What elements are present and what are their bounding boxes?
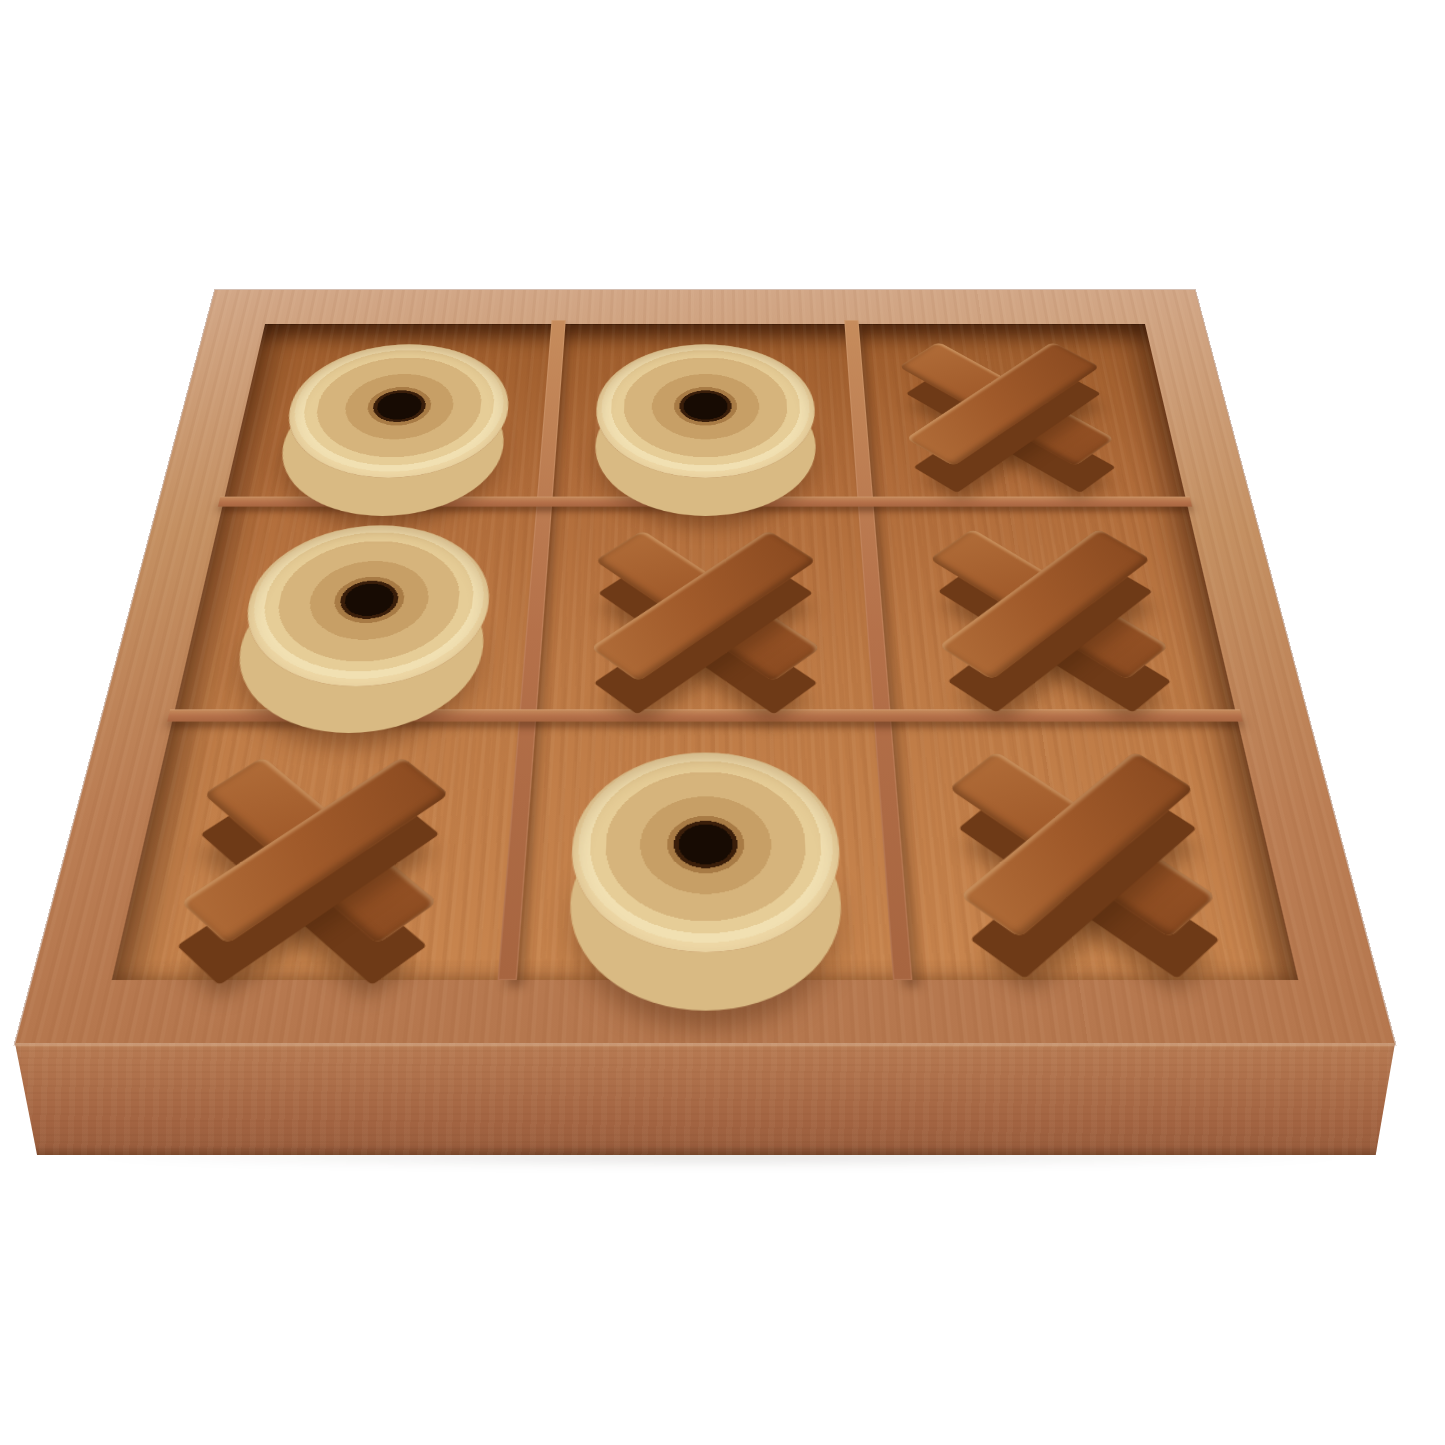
x-piece[interactable] [930,741,1242,949]
product-photo [0,0,1445,1445]
x-piece[interactable] [884,335,1134,474]
cell-r3c1[interactable] [112,716,528,980]
cell-r2c2[interactable] [528,501,882,715]
cell-r1c3[interactable] [852,324,1187,501]
cell-r3c3[interactable] [882,716,1298,980]
o-piece[interactable] [566,753,844,953]
o-piece[interactable] [231,526,496,687]
ground-shadow [70,1146,1370,1168]
board-frame [15,290,1395,1044]
board-front-face [15,1043,1395,1155]
cell-r1c1[interactable] [224,324,559,501]
x-piece[interactable] [574,522,836,691]
x-piece[interactable] [913,521,1191,690]
o-piece[interactable] [275,344,514,477]
cell-r3c2[interactable] [507,716,902,980]
board-floor [112,324,1299,980]
board-grid [112,324,1299,980]
o-piece[interactable] [592,344,818,477]
cell-r1c2[interactable] [545,324,866,501]
cell-r2c1[interactable] [174,501,545,715]
cell-r2c3[interactable] [865,501,1236,715]
x-piece[interactable] [154,746,468,955]
